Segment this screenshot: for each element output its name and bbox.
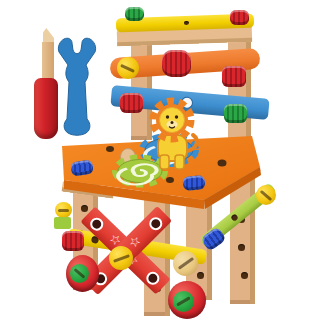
brace-hole [144,269,162,287]
blue-nut-on-seat-right [182,175,205,191]
brace-hole [88,215,106,233]
lion-leg [160,155,169,169]
green-bar-stub-left-edge [54,217,71,229]
seat-hole [106,146,114,152]
lion-eye [175,115,178,118]
bar-hole [230,213,238,221]
wood-bolt-front-bar-right [173,251,198,276]
yellow-bolt-green-bar [256,185,276,205]
lion-face [160,108,185,133]
seat-hole [218,160,227,167]
lion-eye [166,115,169,118]
bolt-slot [113,254,130,263]
seat-hole [166,177,174,183]
lion-leg [175,155,184,169]
toy-chair-product-photo: ☆ ☆ ☆ ☆ [0,0,320,320]
brace-hole [147,214,165,232]
yellow-bolt-cross-center [109,246,133,270]
green-bolt-wheel [173,291,194,312]
bolt-slot [177,257,193,269]
bolt-slot [73,268,85,279]
green-bolt-wheel [70,264,89,283]
wheel-front-right [168,281,206,319]
bolt-slot [176,297,190,307]
lion-nose [171,121,174,124]
bolt-slot [260,189,273,200]
wheel-front-left [66,255,99,292]
red-nut-front-bar-left [62,231,84,251]
yellow-bolt-left-edge [55,202,72,218]
bolt-slot [58,209,70,212]
